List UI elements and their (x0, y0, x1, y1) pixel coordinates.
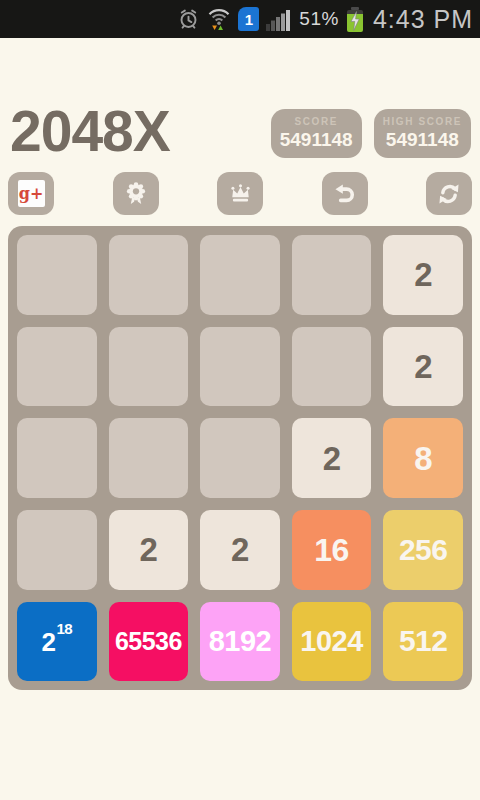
tile-2: 2 (383, 235, 463, 315)
tile-2: 2 (292, 418, 372, 498)
battery-charging-icon (347, 7, 363, 32)
achievements-button[interactable] (113, 172, 159, 215)
app-title: 2048X (10, 104, 170, 158)
tile-value: 16 (314, 534, 349, 566)
status-bar: 1 51% 4:43 PM (0, 0, 480, 38)
toolbar: g+ (0, 172, 480, 215)
tile-2: 2 (200, 510, 280, 590)
tile-value: 218 (41, 628, 72, 655)
high-score-box: HIGH SCORE 5491148 (374, 109, 471, 158)
score-value: 5491148 (280, 129, 353, 151)
leaderboard-button[interactable] (217, 172, 263, 215)
empty-cell (109, 327, 189, 407)
tile-value: 2 (323, 442, 341, 475)
tile-16: 16 (292, 510, 372, 590)
tile-8192: 8192 (200, 602, 280, 682)
empty-cell (200, 327, 280, 407)
undo-button[interactable] (322, 172, 368, 215)
alarm-clock-icon (177, 7, 200, 31)
tile-1024: 1024 (292, 602, 372, 682)
empty-cell (17, 235, 97, 315)
tile-value: 1024 (300, 627, 363, 656)
signal-bars-icon (266, 8, 292, 31)
phone-screen: 1 51% 4:43 PM 2048X SCORE 5491148 (0, 0, 480, 800)
tile-value: 2 (231, 533, 249, 566)
score-box: SCORE 5491148 (271, 109, 362, 158)
undo-arrow-icon (332, 181, 358, 207)
crown-icon (227, 181, 254, 207)
tile-value: 8 (414, 442, 432, 475)
lightning-bolt-icon (349, 11, 361, 31)
tile-value: 2 (414, 258, 432, 291)
empty-cell (292, 327, 372, 407)
google-plus-button[interactable]: g+ (8, 172, 54, 215)
restart-button[interactable] (426, 172, 472, 215)
tile-value: 2 (414, 350, 432, 383)
medal-rosette-icon (123, 181, 149, 207)
empty-cell (17, 418, 97, 498)
game-board[interactable]: 222822162562186553681921024512 (8, 226, 472, 690)
tile-2: 2 (383, 327, 463, 407)
score-label: SCORE (294, 116, 338, 127)
empty-cell (292, 235, 372, 315)
tile-value: 65536 (115, 629, 182, 654)
tile-value: 512 (399, 626, 448, 656)
refresh-icon (436, 181, 462, 207)
upload-arrow-icon (219, 26, 224, 31)
download-arrow-icon (213, 26, 218, 31)
header: 2048X SCORE 5491148 HIGH SCORE 5491148 (0, 104, 480, 158)
notification-badge: 1 (238, 7, 259, 31)
wifi-traffic-icon (207, 7, 231, 31)
tile-value: 8192 (209, 627, 272, 656)
high-score-value: 5491148 (386, 129, 459, 151)
empty-cell (200, 235, 280, 315)
tile-value: 2 (139, 533, 157, 566)
tile-256: 256 (383, 510, 463, 590)
tile-8: 8 (383, 418, 463, 498)
google-plus-icon: g+ (18, 180, 45, 207)
empty-cell (109, 235, 189, 315)
empty-cell (109, 418, 189, 498)
empty-cell (17, 510, 97, 590)
high-score-label: HIGH SCORE (383, 116, 462, 127)
status-clock: 4:43 PM (373, 5, 473, 34)
score-panel: SCORE 5491148 HIGH SCORE 5491148 (271, 109, 471, 158)
tile-2: 2 (109, 510, 189, 590)
tile-512: 512 (383, 602, 463, 682)
tile-262144: 218 (17, 602, 97, 682)
empty-cell (200, 418, 280, 498)
tile-65536: 65536 (109, 602, 189, 682)
battery-percentage: 51% (299, 8, 339, 30)
tile-value: 256 (399, 535, 448, 565)
empty-cell (17, 327, 97, 407)
